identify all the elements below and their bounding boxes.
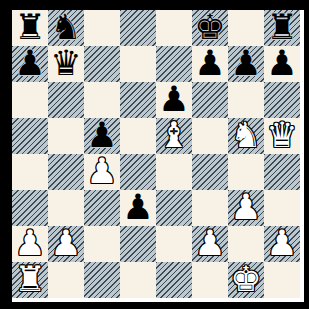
- black-pawn: ♟: [14, 46, 45, 81]
- white-pawn: ♟: [194, 226, 225, 261]
- square-d4[interactable]: [120, 154, 156, 190]
- black-pawn: ♟: [194, 46, 225, 81]
- square-d6[interactable]: [120, 82, 156, 118]
- white-pawn: ♟: [50, 226, 81, 261]
- square-h1[interactable]: [264, 262, 300, 298]
- black-pawn: ♟: [230, 46, 261, 81]
- square-f2[interactable]: ♟: [192, 226, 228, 262]
- square-f3[interactable]: [192, 190, 228, 226]
- square-d8[interactable]: [120, 10, 156, 46]
- black-king: ♚: [194, 10, 225, 45]
- square-g7[interactable]: ♟: [228, 46, 264, 82]
- white-pawn: ♟: [230, 190, 261, 225]
- square-c4[interactable]: ♟: [84, 154, 120, 190]
- white-queen: ♛: [266, 118, 297, 153]
- diagram-frame: ♜♞♚♜♟♛♟♟♟♟♟♝♞♛♟♟♟♟♟♟♟♜♚: [0, 0, 309, 309]
- square-a6[interactable]: [12, 82, 48, 118]
- square-e6[interactable]: ♟: [156, 82, 192, 118]
- square-d7[interactable]: [120, 46, 156, 82]
- square-c8[interactable]: [84, 10, 120, 46]
- square-c6[interactable]: [84, 82, 120, 118]
- square-b4[interactable]: [48, 154, 84, 190]
- square-h3[interactable]: [264, 190, 300, 226]
- square-d2[interactable]: [120, 226, 156, 262]
- square-g1[interactable]: ♚: [228, 262, 264, 298]
- black-queen: ♛: [50, 46, 81, 81]
- square-g8[interactable]: [228, 10, 264, 46]
- square-b1[interactable]: [48, 262, 84, 298]
- square-f7[interactable]: ♟: [192, 46, 228, 82]
- black-rook: ♜: [266, 10, 297, 45]
- square-a1[interactable]: ♜: [12, 262, 48, 298]
- square-a8[interactable]: ♜: [12, 10, 48, 46]
- square-g3[interactable]: ♟: [228, 190, 264, 226]
- square-f4[interactable]: [192, 154, 228, 190]
- square-g5[interactable]: ♞: [228, 118, 264, 154]
- square-g6[interactable]: [228, 82, 264, 118]
- square-a4[interactable]: [12, 154, 48, 190]
- square-h4[interactable]: [264, 154, 300, 190]
- square-e7[interactable]: [156, 46, 192, 82]
- square-b5[interactable]: [48, 118, 84, 154]
- square-g2[interactable]: [228, 226, 264, 262]
- square-h5[interactable]: ♛: [264, 118, 300, 154]
- square-b2[interactable]: ♟: [48, 226, 84, 262]
- square-a2[interactable]: ♟: [12, 226, 48, 262]
- white-pawn: ♟: [266, 226, 297, 261]
- square-f8[interactable]: ♚: [192, 10, 228, 46]
- square-c2[interactable]: [84, 226, 120, 262]
- white-knight: ♞: [230, 118, 261, 153]
- square-d5[interactable]: [120, 118, 156, 154]
- square-a7[interactable]: ♟: [12, 46, 48, 82]
- square-g4[interactable]: [228, 154, 264, 190]
- square-h7[interactable]: ♟: [264, 46, 300, 82]
- square-h6[interactable]: [264, 82, 300, 118]
- square-b3[interactable]: [48, 190, 84, 226]
- square-c3[interactable]: [84, 190, 120, 226]
- square-d1[interactable]: [120, 262, 156, 298]
- square-d3[interactable]: ♟: [120, 190, 156, 226]
- square-b6[interactable]: [48, 82, 84, 118]
- square-f6[interactable]: [192, 82, 228, 118]
- white-bishop: ♝: [158, 118, 189, 153]
- black-pawn: ♟: [86, 118, 117, 153]
- chess-board: ♜♞♚♜♟♛♟♟♟♟♟♝♞♛♟♟♟♟♟♟♟♜♚: [12, 10, 300, 298]
- square-e5[interactable]: ♝: [156, 118, 192, 154]
- square-e8[interactable]: [156, 10, 192, 46]
- square-e1[interactable]: [156, 262, 192, 298]
- square-h8[interactable]: ♜: [264, 10, 300, 46]
- square-c7[interactable]: [84, 46, 120, 82]
- white-pawn: ♟: [86, 154, 117, 189]
- square-f5[interactable]: [192, 118, 228, 154]
- square-b8[interactable]: ♞: [48, 10, 84, 46]
- black-knight: ♞: [50, 10, 81, 45]
- square-a5[interactable]: [12, 118, 48, 154]
- black-pawn: ♟: [266, 46, 297, 81]
- square-a3[interactable]: [12, 190, 48, 226]
- square-b7[interactable]: ♛: [48, 46, 84, 82]
- square-e2[interactable]: [156, 226, 192, 262]
- black-rook: ♜: [14, 10, 45, 45]
- square-c1[interactable]: [84, 262, 120, 298]
- square-h2[interactable]: ♟: [264, 226, 300, 262]
- black-pawn: ♟: [158, 82, 189, 117]
- white-pawn: ♟: [14, 226, 45, 261]
- square-e4[interactable]: [156, 154, 192, 190]
- white-rook: ♜: [14, 262, 45, 297]
- square-f1[interactable]: [192, 262, 228, 298]
- black-pawn: ♟: [122, 190, 153, 225]
- white-king: ♚: [230, 262, 261, 297]
- square-c5[interactable]: ♟: [84, 118, 120, 154]
- square-e3[interactable]: [156, 190, 192, 226]
